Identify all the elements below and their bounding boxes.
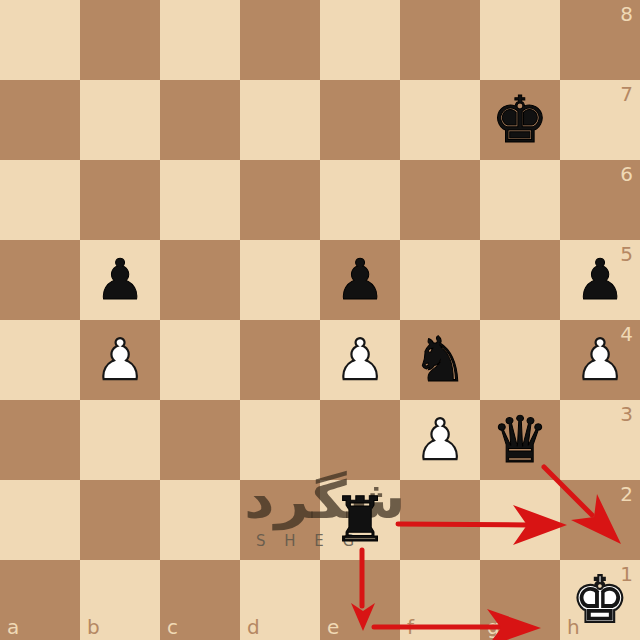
square-g2[interactable] <box>480 480 560 560</box>
square-a7[interactable] <box>0 80 80 160</box>
square-h5[interactable]: 5♟ <box>560 240 640 320</box>
file-label-b: b <box>87 617 100 637</box>
square-h8[interactable]: 8 <box>560 0 640 80</box>
square-h3[interactable]: 3 <box>560 400 640 480</box>
square-d4[interactable] <box>240 320 320 400</box>
rank-label-6: 6 <box>620 164 633 184</box>
square-f2[interactable] <box>400 480 480 560</box>
square-d6[interactable] <box>240 160 320 240</box>
square-d8[interactable] <box>240 0 320 80</box>
square-b6[interactable] <box>80 160 160 240</box>
square-e4[interactable]: ♟ <box>320 320 400 400</box>
square-b4[interactable]: ♟ <box>80 320 160 400</box>
square-a4[interactable] <box>0 320 80 400</box>
file-label-c: c <box>167 617 178 637</box>
square-b2[interactable] <box>80 480 160 560</box>
square-e8[interactable] <box>320 0 400 80</box>
square-d7[interactable] <box>240 80 320 160</box>
square-h6[interactable]: 6 <box>560 160 640 240</box>
square-f7[interactable] <box>400 80 480 160</box>
square-c8[interactable] <box>160 0 240 80</box>
file-label-g: g <box>487 617 500 637</box>
square-a6[interactable] <box>0 160 80 240</box>
piece-black-king-g7[interactable]: ♚ <box>491 80 548 160</box>
file-label-a: a <box>7 617 19 637</box>
square-g8[interactable] <box>480 0 560 80</box>
rank-label-2: 2 <box>620 484 633 504</box>
file-label-f: f <box>407 617 414 637</box>
square-g5[interactable] <box>480 240 560 320</box>
square-b8[interactable] <box>80 0 160 80</box>
square-c3[interactable] <box>160 400 240 480</box>
piece-white-king-h1[interactable]: ♚ <box>571 560 628 640</box>
file-label-e: e <box>327 617 339 637</box>
rank-label-7: 7 <box>620 84 633 104</box>
square-d3[interactable] <box>240 400 320 480</box>
piece-black-queen-g3[interactable]: ♛ <box>491 400 548 480</box>
square-c2[interactable] <box>160 480 240 560</box>
square-f5[interactable] <box>400 240 480 320</box>
square-h4[interactable]: 4♟ <box>560 320 640 400</box>
square-d2[interactable] <box>240 480 320 560</box>
square-h7[interactable]: 7 <box>560 80 640 160</box>
square-c6[interactable] <box>160 160 240 240</box>
piece-black-pawn-b5[interactable]: ♟ <box>95 240 145 320</box>
piece-white-pawn-h4[interactable]: ♟ <box>575 320 625 400</box>
square-f3[interactable]: ♟ <box>400 400 480 480</box>
square-f6[interactable] <box>400 160 480 240</box>
square-e3[interactable] <box>320 400 400 480</box>
square-c4[interactable] <box>160 320 240 400</box>
square-c7[interactable] <box>160 80 240 160</box>
piece-black-rook-e2[interactable]: ♜ <box>332 480 388 560</box>
square-g4[interactable] <box>480 320 560 400</box>
piece-black-pawn-e5[interactable]: ♟ <box>335 240 385 320</box>
square-b3[interactable] <box>80 400 160 480</box>
piece-black-pawn-h5[interactable]: ♟ <box>575 240 625 320</box>
square-e7[interactable] <box>320 80 400 160</box>
piece-black-knight-f4[interactable]: ♞ <box>412 320 468 400</box>
square-d1[interactable]: d <box>240 560 320 640</box>
piece-white-pawn-b4[interactable]: ♟ <box>95 320 145 400</box>
file-label-d: d <box>247 617 260 637</box>
square-b5[interactable]: ♟ <box>80 240 160 320</box>
square-a3[interactable] <box>0 400 80 480</box>
square-e1[interactable]: e <box>320 560 400 640</box>
square-a8[interactable] <box>0 0 80 80</box>
square-g6[interactable] <box>480 160 560 240</box>
rank-label-8: 8 <box>620 4 633 24</box>
rank-label-3: 3 <box>620 404 633 424</box>
piece-white-pawn-f3[interactable]: ♟ <box>415 400 465 480</box>
square-e5[interactable]: ♟ <box>320 240 400 320</box>
piece-white-pawn-e4[interactable]: ♟ <box>335 320 385 400</box>
square-b1[interactable]: b <box>80 560 160 640</box>
chess-board: 8♚76♟♟5♟♟♟♞4♟♟♛3♜2abcdefg1h♚ <box>0 0 640 640</box>
square-c1[interactable]: c <box>160 560 240 640</box>
square-e2[interactable]: ♜ <box>320 480 400 560</box>
square-a2[interactable] <box>0 480 80 560</box>
square-d5[interactable] <box>240 240 320 320</box>
square-f1[interactable]: f <box>400 560 480 640</box>
square-e6[interactable] <box>320 160 400 240</box>
square-f8[interactable] <box>400 0 480 80</box>
square-b7[interactable] <box>80 80 160 160</box>
square-g3[interactable]: ♛ <box>480 400 560 480</box>
square-f4[interactable]: ♞ <box>400 320 480 400</box>
square-a1[interactable]: a <box>0 560 80 640</box>
square-h2[interactable]: 2 <box>560 480 640 560</box>
square-g1[interactable]: g <box>480 560 560 640</box>
square-c5[interactable] <box>160 240 240 320</box>
square-a5[interactable] <box>0 240 80 320</box>
square-h1[interactable]: 1h♚ <box>560 560 640 640</box>
square-g7[interactable]: ♚ <box>480 80 560 160</box>
